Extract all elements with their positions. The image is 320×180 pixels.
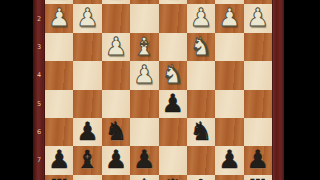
- thumbnail-canvas: ♜♝♚♛♜♟♟♟♟♟♟♝♞♟♞♟♟♞♞♟♝♟♟♟♟♜♚♛♝♜ 12345678: [0, 0, 320, 180]
- piece-black-pawn: ♟: [218, 146, 240, 174]
- piece-black-pawn: ♟: [105, 146, 127, 174]
- piece-white-pawn: ♟: [133, 61, 155, 89]
- piece-black-knight: ♞: [190, 118, 212, 146]
- square-h2[interactable]: ♟: [45, 4, 73, 32]
- piece-black-king: ♚: [133, 175, 155, 180]
- square-e5[interactable]: [130, 90, 158, 118]
- square-e3[interactable]: ♝: [130, 33, 158, 61]
- square-c2[interactable]: ♟: [187, 4, 215, 32]
- rank-label-6: 6: [33, 118, 45, 146]
- square-b2[interactable]: ♟: [215, 4, 243, 32]
- square-f3[interactable]: ♟: [102, 33, 130, 61]
- square-a7[interactable]: ♟: [244, 146, 272, 174]
- square-d4[interactable]: ♞: [159, 61, 187, 89]
- square-f7[interactable]: ♟: [102, 146, 130, 174]
- square-g7[interactable]: ♝: [73, 146, 101, 174]
- square-g4[interactable]: [73, 61, 101, 89]
- square-g3[interactable]: [73, 33, 101, 61]
- square-e7[interactable]: ♟: [130, 146, 158, 174]
- piece-black-pawn: ♟: [161, 90, 183, 118]
- piece-black-bishop: ♝: [190, 175, 212, 180]
- square-b5[interactable]: [215, 90, 243, 118]
- square-c7[interactable]: [187, 146, 215, 174]
- square-d7[interactable]: [159, 146, 187, 174]
- piece-black-bishop: ♝: [76, 146, 98, 174]
- piece-white-bishop: ♝: [133, 33, 155, 61]
- square-h3[interactable]: [45, 33, 73, 61]
- square-d6[interactable]: [159, 118, 187, 146]
- square-b3[interactable]: [215, 33, 243, 61]
- square-e8[interactable]: ♚: [130, 175, 158, 180]
- square-d8[interactable]: ♛: [159, 175, 187, 180]
- square-b7[interactable]: ♟: [215, 146, 243, 174]
- square-a4[interactable]: [244, 61, 272, 89]
- square-d5[interactable]: ♟: [159, 90, 187, 118]
- square-f6[interactable]: ♞: [102, 118, 130, 146]
- square-h7[interactable]: ♟: [45, 146, 73, 174]
- piece-black-pawn: ♟: [133, 146, 155, 174]
- square-e2[interactable]: [130, 4, 158, 32]
- square-f5[interactable]: [102, 90, 130, 118]
- square-h4[interactable]: [45, 61, 73, 89]
- square-c5[interactable]: [187, 90, 215, 118]
- piece-black-rook: ♜: [247, 175, 269, 180]
- square-d3[interactable]: [159, 33, 187, 61]
- piece-white-pawn: ♟: [190, 4, 212, 32]
- piece-black-pawn: ♟: [247, 146, 269, 174]
- square-c3[interactable]: ♞: [187, 33, 215, 61]
- piece-black-pawn: ♟: [76, 118, 98, 146]
- square-c6[interactable]: ♞: [187, 118, 215, 146]
- square-b4[interactable]: [215, 61, 243, 89]
- square-f4[interactable]: [102, 61, 130, 89]
- square-d2[interactable]: [159, 4, 187, 32]
- square-g5[interactable]: [73, 90, 101, 118]
- piece-white-pawn: ♟: [105, 33, 127, 61]
- square-a8[interactable]: ♜: [244, 175, 272, 180]
- square-b6[interactable]: [215, 118, 243, 146]
- square-f8[interactable]: [102, 175, 130, 180]
- rank-label-5: 5: [33, 90, 45, 118]
- rank-label-8: 8: [33, 175, 45, 180]
- square-e6[interactable]: [130, 118, 158, 146]
- piece-white-pawn: ♟: [218, 4, 240, 32]
- square-g8[interactable]: [73, 175, 101, 180]
- chess-board: ♜♝♚♛♜♟♟♟♟♟♟♝♞♟♞♟♟♞♞♟♝♟♟♟♟♜♚♛♝♜: [45, 0, 272, 180]
- rank-label-3: 3: [33, 33, 45, 61]
- piece-black-knight: ♞: [105, 118, 127, 146]
- square-c4[interactable]: [187, 61, 215, 89]
- rank-label-4: 4: [33, 61, 45, 89]
- square-a2[interactable]: ♟: [244, 4, 272, 32]
- square-a5[interactable]: [244, 90, 272, 118]
- piece-white-knight: ♞: [190, 33, 212, 61]
- chess-board-frame: ♜♝♚♛♜♟♟♟♟♟♟♝♞♟♞♟♟♞♞♟♝♟♟♟♟♜♚♛♝♜ 12345678: [33, 0, 284, 180]
- piece-black-rook: ♜: [48, 175, 70, 180]
- piece-white-knight: ♞: [161, 61, 183, 89]
- square-a3[interactable]: [244, 33, 272, 61]
- rank-label-2: 2: [33, 4, 45, 32]
- piece-white-pawn: ♟: [76, 4, 98, 32]
- piece-white-pawn: ♟: [48, 4, 70, 32]
- square-b8[interactable]: [215, 175, 243, 180]
- square-f2[interactable]: [102, 4, 130, 32]
- piece-black-queen: ♛: [161, 175, 183, 180]
- piece-black-pawn: ♟: [48, 146, 70, 174]
- square-g2[interactable]: ♟: [73, 4, 101, 32]
- square-h6[interactable]: [45, 118, 73, 146]
- square-c8[interactable]: ♝: [187, 175, 215, 180]
- rank-label-7: 7: [33, 146, 45, 174]
- square-h5[interactable]: [45, 90, 73, 118]
- square-h8[interactable]: ♜: [45, 175, 73, 180]
- piece-white-pawn: ♟: [247, 4, 269, 32]
- square-e4[interactable]: ♟: [130, 61, 158, 89]
- square-g6[interactable]: ♟: [73, 118, 101, 146]
- square-a6[interactable]: [244, 118, 272, 146]
